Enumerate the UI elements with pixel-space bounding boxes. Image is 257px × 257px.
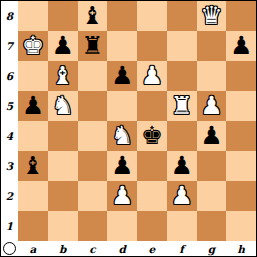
chess-diagram: 8♝♛7♚♟♜♟6♝♟♟5♟♞♜♟4♞♚♟3♝♟♟2♟♟1abcdefgh (0, 0, 257, 257)
piece-white-rook[interactable]: ♜ (170, 93, 192, 118)
square-g5[interactable]: ♟ (197, 91, 227, 121)
file-label-e: e (137, 241, 167, 256)
square-c2[interactable] (78, 181, 108, 211)
square-b4[interactable] (48, 121, 78, 151)
square-b1[interactable] (48, 211, 78, 241)
square-a5[interactable]: ♟ (18, 91, 48, 121)
square-h8[interactable] (226, 1, 256, 31)
square-g3[interactable] (197, 151, 227, 181)
chess-board: 8♝♛7♚♟♜♟6♝♟♟5♟♞♜♟4♞♚♟3♝♟♟2♟♟1abcdefgh (1, 1, 256, 256)
square-a6[interactable] (18, 61, 48, 91)
square-e6[interactable]: ♟ (137, 61, 167, 91)
square-g4[interactable]: ♟ (197, 121, 227, 151)
square-a4[interactable] (18, 121, 48, 151)
square-b8[interactable] (48, 1, 78, 31)
square-c8[interactable]: ♝ (78, 1, 108, 31)
square-h4[interactable] (226, 121, 256, 151)
file-label-d: d (107, 241, 137, 256)
square-e7[interactable] (137, 31, 167, 61)
piece-black-pawn[interactable]: ♟ (200, 123, 222, 148)
piece-white-pawn[interactable]: ♟ (170, 183, 192, 208)
piece-black-bishop[interactable]: ♝ (81, 3, 103, 28)
square-h1[interactable] (226, 211, 256, 241)
square-f5[interactable]: ♜ (167, 91, 197, 121)
square-c1[interactable] (78, 211, 108, 241)
piece-white-pawn[interactable]: ♟ (200, 93, 222, 118)
square-e3[interactable] (137, 151, 167, 181)
rank-label-4: 4 (1, 121, 18, 151)
square-a2[interactable] (18, 181, 48, 211)
square-h7[interactable]: ♟ (226, 31, 256, 61)
square-d8[interactable] (107, 1, 137, 31)
square-e8[interactable] (137, 1, 167, 31)
piece-black-rook[interactable]: ♜ (81, 33, 103, 58)
piece-white-king[interactable]: ♚ (22, 33, 44, 58)
square-b2[interactable] (48, 181, 78, 211)
rank-label-6: 6 (1, 61, 18, 91)
piece-black-pawn[interactable]: ♟ (111, 63, 133, 88)
rank-label-8: 8 (1, 1, 18, 31)
square-d5[interactable] (107, 91, 137, 121)
square-c4[interactable] (78, 121, 108, 151)
piece-white-bishop[interactable]: ♝ (51, 63, 73, 88)
square-a1[interactable] (18, 211, 48, 241)
rank-label-1: 1 (1, 211, 18, 241)
square-d3[interactable]: ♟ (107, 151, 137, 181)
piece-black-pawn[interactable]: ♟ (51, 33, 73, 58)
square-f1[interactable] (167, 211, 197, 241)
square-g1[interactable] (197, 211, 227, 241)
square-g6[interactable] (197, 61, 227, 91)
piece-white-queen[interactable]: ♛ (200, 3, 222, 28)
square-f8[interactable] (167, 1, 197, 31)
piece-black-bishop[interactable]: ♝ (22, 153, 44, 178)
square-e4[interactable]: ♚ (137, 121, 167, 151)
file-label-h: h (226, 241, 256, 256)
square-h3[interactable] (226, 151, 256, 181)
piece-black-pawn[interactable]: ♟ (170, 153, 192, 178)
square-d6[interactable]: ♟ (107, 61, 137, 91)
square-h6[interactable] (226, 61, 256, 91)
square-b7[interactable]: ♟ (48, 31, 78, 61)
square-a7[interactable]: ♚ (18, 31, 48, 61)
square-h2[interactable] (226, 181, 256, 211)
square-a8[interactable] (18, 1, 48, 31)
square-g2[interactable] (197, 181, 227, 211)
piece-black-pawn[interactable]: ♟ (111, 153, 133, 178)
rank-label-2: 2 (1, 181, 18, 211)
square-f4[interactable] (167, 121, 197, 151)
rank-label-7: 7 (1, 31, 18, 61)
square-b5[interactable]: ♞ (48, 91, 78, 121)
square-b3[interactable] (48, 151, 78, 181)
file-label-a: a (18, 241, 48, 256)
square-d4[interactable]: ♞ (107, 121, 137, 151)
side-to-move-cell (1, 241, 18, 256)
square-g8[interactable]: ♛ (197, 1, 227, 31)
file-label-g: g (197, 241, 227, 256)
square-f2[interactable]: ♟ (167, 181, 197, 211)
square-f6[interactable] (167, 61, 197, 91)
piece-black-pawn[interactable]: ♟ (22, 93, 44, 118)
square-c3[interactable] (78, 151, 108, 181)
file-label-c: c (78, 241, 108, 256)
piece-white-pawn[interactable]: ♟ (141, 63, 163, 88)
square-d7[interactable] (107, 31, 137, 61)
piece-black-pawn[interactable]: ♟ (230, 33, 252, 58)
piece-white-pawn[interactable]: ♟ (111, 183, 133, 208)
square-e5[interactable] (137, 91, 167, 121)
square-d1[interactable] (107, 211, 137, 241)
square-e1[interactable] (137, 211, 167, 241)
rank-label-5: 5 (1, 91, 18, 121)
square-h5[interactable] (226, 91, 256, 121)
square-f3[interactable]: ♟ (167, 151, 197, 181)
piece-black-king[interactable]: ♚ (141, 123, 163, 148)
square-c5[interactable] (78, 91, 108, 121)
square-c6[interactable] (78, 61, 108, 91)
square-f7[interactable] (167, 31, 197, 61)
file-label-b: b (48, 241, 78, 256)
piece-white-knight[interactable]: ♞ (51, 93, 73, 118)
square-c7[interactable]: ♜ (78, 31, 108, 61)
square-b6[interactable]: ♝ (48, 61, 78, 91)
piece-white-knight[interactable]: ♞ (111, 123, 133, 148)
square-g7[interactable] (197, 31, 227, 61)
square-a3[interactable]: ♝ (18, 151, 48, 181)
square-e2[interactable] (137, 181, 167, 211)
white-to-move-indicator (3, 242, 16, 255)
rank-label-3: 3 (1, 151, 18, 181)
file-label-f: f (167, 241, 197, 256)
square-d2[interactable]: ♟ (107, 181, 137, 211)
